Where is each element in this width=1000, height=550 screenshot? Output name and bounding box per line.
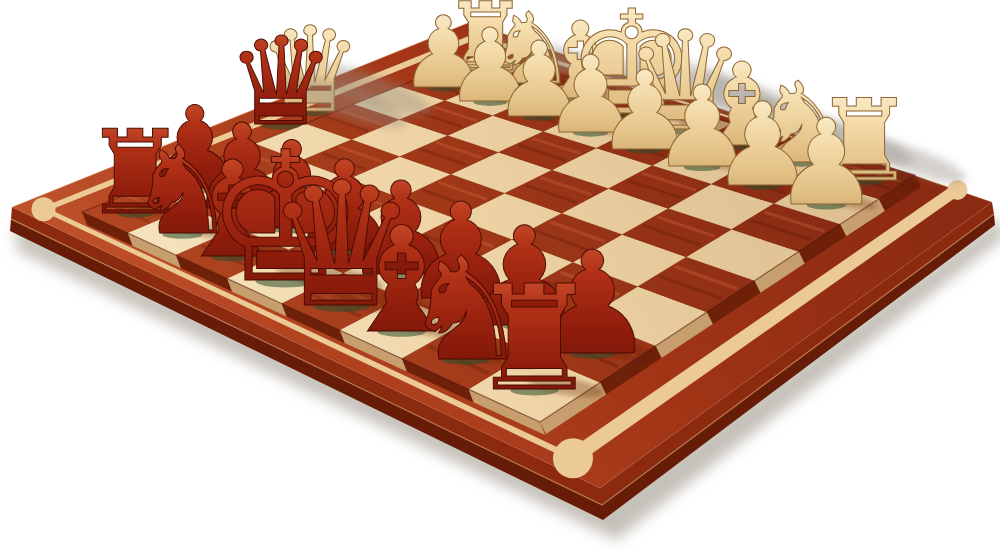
piece-group: ♟: [773, 94, 880, 232]
frame-corner-dot: [32, 197, 56, 221]
piece-black-rook-a8[interactable]: ♜: [469, 254, 599, 423]
chess-set-photo: ♜♞♟♝♟♛♚♟♛♛♟♝♟♞♟♜♟♟♟♟♜♟♞♟♝♟♚♟♛♟♝♟♞♜: [0, 0, 1000, 550]
piece-group: ♜: [469, 254, 605, 423]
frame-corner-dot: [553, 438, 593, 478]
piece-white-pawn-a2[interactable]: ♟: [773, 94, 880, 232]
board-scene: ♜♞♟♝♟♛♚♟♛♛♟♝♟♞♟♜♟♟♟♟♜♟♞♟♝♟♚♟♛♟♝♟♞♜: [0, 0, 1000, 550]
